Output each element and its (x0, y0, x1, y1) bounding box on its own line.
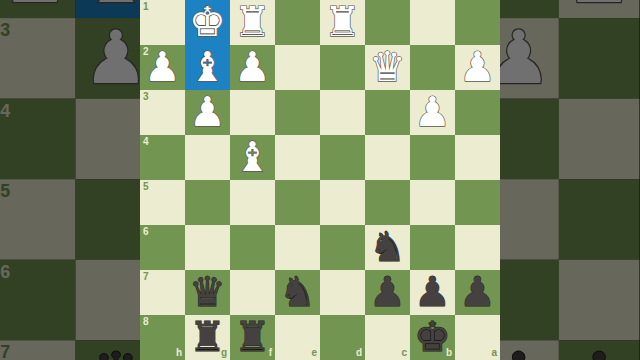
square-f1[interactable]: ♜ (230, 0, 275, 45)
foreground-board-wrapper: 1♚♜♜2♟♝♟♛♟3♟♟4♝56♞7♛♞♟♟♟8hg♜f♜edcb♚a (140, 0, 500, 360)
square-f2[interactable]: ♟ (230, 45, 275, 90)
black-pawn[interactable]: ♟ (455, 270, 500, 315)
square-f6[interactable] (230, 225, 275, 270)
square-a6[interactable] (455, 225, 500, 270)
square-f8[interactable]: f♜ (230, 315, 275, 360)
square-g5[interactable] (185, 180, 230, 225)
white-pawn[interactable]: ♟ (185, 90, 230, 135)
white-queen[interactable]: ♛ (365, 45, 410, 90)
square-e5[interactable] (275, 180, 320, 225)
square-f7[interactable] (230, 270, 275, 315)
square-g4[interactable] (185, 135, 230, 180)
square-e2[interactable] (275, 45, 320, 90)
black-knight[interactable]: ♞ (365, 225, 410, 270)
square-a4[interactable] (455, 135, 500, 180)
square-c4[interactable] (365, 135, 410, 180)
file-label-c: c (401, 348, 407, 358)
black-queen[interactable]: ♛ (185, 270, 230, 315)
rank-label-6: 6 (143, 227, 149, 237)
square-d7[interactable] (320, 270, 365, 315)
square-d6[interactable] (320, 225, 365, 270)
square-d4[interactable] (320, 135, 365, 180)
square-d8[interactable]: d (320, 315, 365, 360)
black-king[interactable]: ♚ (410, 315, 455, 360)
file-label-d: d (356, 348, 362, 358)
square-a1[interactable] (455, 0, 500, 45)
square-e4[interactable] (275, 135, 320, 180)
square-c8[interactable]: c (365, 315, 410, 360)
square-a5[interactable] (455, 180, 500, 225)
white-pawn[interactable]: ♟ (455, 45, 500, 90)
square-g3[interactable]: ♟ (185, 90, 230, 135)
square-h6[interactable]: 6 (140, 225, 185, 270)
square-f3[interactable] (230, 90, 275, 135)
square-f4[interactable]: ♝ (230, 135, 275, 180)
white-pawn[interactable]: ♟ (140, 45, 185, 90)
file-label-h: h (176, 348, 182, 358)
rank-label-8: 8 (143, 317, 149, 327)
square-d5[interactable] (320, 180, 365, 225)
square-e3[interactable] (275, 90, 320, 135)
square-a2[interactable]: ♟ (455, 45, 500, 90)
file-label-a: a (491, 348, 497, 358)
rank-label-7: 7 (143, 272, 149, 282)
square-h4[interactable]: 4 (140, 135, 185, 180)
square-b2[interactable] (410, 45, 455, 90)
rank-label-5: 5 (143, 182, 149, 192)
white-pawn[interactable]: ♟ (230, 45, 275, 90)
square-g2[interactable]: ♝ (185, 45, 230, 90)
video-frame: 1♚♜♜2♟♝♟♛♟3♟♟4♝56♞7♛♞♟♟♟8hg♜f♜edcb♚a 1♚♜… (0, 0, 640, 360)
square-h1[interactable]: 1 (140, 0, 185, 45)
square-b4[interactable] (410, 135, 455, 180)
square-b8[interactable]: b♚ (410, 315, 455, 360)
square-d3[interactable] (320, 90, 365, 135)
square-d1[interactable]: ♜ (320, 0, 365, 45)
square-g6[interactable] (185, 225, 230, 270)
square-h5[interactable]: 5 (140, 180, 185, 225)
chess-board: 1♚♜♜2♟♝♟♛♟3♟♟4♝56♞7♛♞♟♟♟8hg♜f♜edcb♚a (140, 0, 500, 360)
rank-label-3: 3 (143, 92, 149, 102)
rank-label-4: 4 (143, 137, 149, 147)
square-g7[interactable]: ♛ (185, 270, 230, 315)
white-bishop[interactable]: ♝ (230, 135, 275, 180)
black-pawn[interactable]: ♟ (410, 270, 455, 315)
square-b7[interactable]: ♟ (410, 270, 455, 315)
square-h3[interactable]: 3 (140, 90, 185, 135)
square-e8[interactable]: e (275, 315, 320, 360)
square-b6[interactable] (410, 225, 455, 270)
square-c7[interactable]: ♟ (365, 270, 410, 315)
square-c6[interactable]: ♞ (365, 225, 410, 270)
white-pawn[interactable]: ♟ (410, 90, 455, 135)
black-rook[interactable]: ♜ (185, 315, 230, 360)
black-knight[interactable]: ♞ (275, 270, 320, 315)
white-king[interactable]: ♚ (185, 0, 230, 45)
white-rook[interactable]: ♜ (320, 0, 365, 45)
square-b1[interactable] (410, 0, 455, 45)
black-pawn[interactable]: ♟ (365, 270, 410, 315)
file-label-e: e (311, 348, 317, 358)
square-a7[interactable]: ♟ (455, 270, 500, 315)
square-h7[interactable]: 7 (140, 270, 185, 315)
rank-label-1: 1 (143, 2, 149, 12)
square-a3[interactable] (455, 90, 500, 135)
square-a8[interactable]: a (455, 315, 500, 360)
square-c3[interactable] (365, 90, 410, 135)
white-rook[interactable]: ♜ (230, 0, 275, 45)
square-h8[interactable]: 8h (140, 315, 185, 360)
square-f5[interactable] (230, 180, 275, 225)
square-g1[interactable]: ♚ (185, 0, 230, 45)
black-rook[interactable]: ♜ (230, 315, 275, 360)
square-c1[interactable] (365, 0, 410, 45)
square-d2[interactable] (320, 45, 365, 90)
square-h2[interactable]: 2♟ (140, 45, 185, 90)
square-e7[interactable]: ♞ (275, 270, 320, 315)
square-e1[interactable] (275, 0, 320, 45)
square-b3[interactable]: ♟ (410, 90, 455, 135)
square-b5[interactable] (410, 180, 455, 225)
square-c5[interactable] (365, 180, 410, 225)
white-bishop[interactable]: ♝ (185, 45, 230, 90)
square-e6[interactable] (275, 225, 320, 270)
square-c2[interactable]: ♛ (365, 45, 410, 90)
square-g8[interactable]: g♜ (185, 315, 230, 360)
